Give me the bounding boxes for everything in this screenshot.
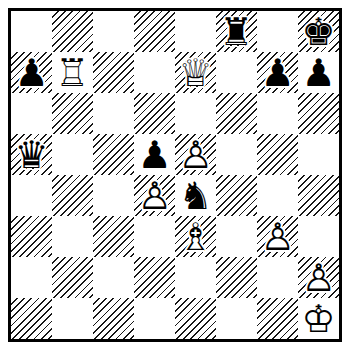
piece-halo: ♞ <box>175 175 216 216</box>
square-c3[interactable] <box>93 216 134 257</box>
square-h2[interactable]: ♟♙ <box>298 257 339 298</box>
piece-white-pawn-g3: ♙ <box>257 216 298 257</box>
piece-halo: ♝ <box>175 216 216 257</box>
square-g6[interactable] <box>257 93 298 134</box>
piece-halo: ♟ <box>257 52 298 93</box>
square-b8[interactable] <box>52 11 93 52</box>
square-e6[interactable] <box>175 93 216 134</box>
square-b4[interactable] <box>52 175 93 216</box>
square-h6[interactable] <box>298 93 339 134</box>
square-f1[interactable] <box>216 298 257 339</box>
square-a6[interactable] <box>11 93 52 134</box>
square-e3[interactable]: ♝♗ <box>175 216 216 257</box>
square-f3[interactable] <box>216 216 257 257</box>
piece-white-bishop-e3: ♗ <box>175 216 216 257</box>
square-f2[interactable] <box>216 257 257 298</box>
square-e7[interactable]: ♛♕ <box>175 52 216 93</box>
square-g2[interactable] <box>257 257 298 298</box>
piece-black-pawn-a7: ♟ <box>11 52 52 93</box>
square-c6[interactable] <box>93 93 134 134</box>
square-b7[interactable]: ♜♖ <box>52 52 93 93</box>
square-a8[interactable] <box>11 11 52 52</box>
square-e8[interactable] <box>175 11 216 52</box>
square-c5[interactable] <box>93 134 134 175</box>
square-g7[interactable]: ♟♟ <box>257 52 298 93</box>
square-f5[interactable] <box>216 134 257 175</box>
square-c7[interactable] <box>93 52 134 93</box>
piece-halo: ♟ <box>175 134 216 175</box>
square-b3[interactable] <box>52 216 93 257</box>
piece-halo: ♚ <box>298 298 339 339</box>
piece-halo: ♛ <box>11 134 52 175</box>
square-d6[interactable] <box>134 93 175 134</box>
square-a1[interactable] <box>11 298 52 339</box>
chess-board: ♜♜♚♚♟♟♜♖♛♕♟♟♟♟♛♛♟♟♟♙♟♙♞♞♝♗♟♙♟♙♚♔ <box>11 11 339 339</box>
piece-halo: ♟ <box>298 257 339 298</box>
square-b1[interactable] <box>52 298 93 339</box>
piece-black-pawn-g7: ♟ <box>257 52 298 93</box>
piece-halo: ♟ <box>11 52 52 93</box>
square-h1[interactable]: ♚♔ <box>298 298 339 339</box>
square-f8[interactable]: ♜♜ <box>216 11 257 52</box>
square-h7[interactable]: ♟♟ <box>298 52 339 93</box>
square-c2[interactable] <box>93 257 134 298</box>
square-a4[interactable] <box>11 175 52 216</box>
square-d2[interactable] <box>134 257 175 298</box>
square-d1[interactable] <box>134 298 175 339</box>
square-f6[interactable] <box>216 93 257 134</box>
square-g1[interactable] <box>257 298 298 339</box>
piece-white-queen-e7: ♕ <box>175 52 216 93</box>
piece-black-pawn-h7: ♟ <box>298 52 339 93</box>
piece-black-pawn-d5: ♟ <box>134 134 175 175</box>
square-d3[interactable] <box>134 216 175 257</box>
square-b5[interactable] <box>52 134 93 175</box>
piece-white-rook-b7: ♖ <box>52 52 93 93</box>
piece-black-king-h8: ♚ <box>298 11 339 52</box>
square-h4[interactable] <box>298 175 339 216</box>
piece-white-king-h1: ♔ <box>298 298 339 339</box>
square-g8[interactable] <box>257 11 298 52</box>
piece-halo: ♟ <box>298 52 339 93</box>
piece-halo: ♟ <box>134 134 175 175</box>
square-d7[interactable] <box>134 52 175 93</box>
square-e4[interactable]: ♞♞ <box>175 175 216 216</box>
piece-black-queen-a5: ♛ <box>11 134 52 175</box>
chess-board-frame: ♜♜♚♚♟♟♜♖♛♕♟♟♟♟♛♛♟♟♟♙♟♙♞♞♝♗♟♙♟♙♚♔ <box>8 8 342 342</box>
square-b6[interactable] <box>52 93 93 134</box>
square-d5[interactable]: ♟♟ <box>134 134 175 175</box>
square-c1[interactable] <box>93 298 134 339</box>
square-g3[interactable]: ♟♙ <box>257 216 298 257</box>
square-c8[interactable] <box>93 11 134 52</box>
square-a2[interactable] <box>11 257 52 298</box>
square-e1[interactable] <box>175 298 216 339</box>
piece-halo: ♜ <box>52 52 93 93</box>
square-b2[interactable] <box>52 257 93 298</box>
piece-halo: ♜ <box>216 11 257 52</box>
square-f7[interactable] <box>216 52 257 93</box>
square-g5[interactable] <box>257 134 298 175</box>
piece-white-pawn-e5: ♙ <box>175 134 216 175</box>
square-g4[interactable] <box>257 175 298 216</box>
square-a5[interactable]: ♛♛ <box>11 134 52 175</box>
square-f4[interactable] <box>216 175 257 216</box>
piece-halo: ♟ <box>134 175 175 216</box>
square-d8[interactable] <box>134 11 175 52</box>
square-c4[interactable] <box>93 175 134 216</box>
piece-halo: ♟ <box>257 216 298 257</box>
piece-white-pawn-h2: ♙ <box>298 257 339 298</box>
square-d4[interactable]: ♟♙ <box>134 175 175 216</box>
square-e2[interactable] <box>175 257 216 298</box>
piece-halo: ♚ <box>298 11 339 52</box>
square-h3[interactable] <box>298 216 339 257</box>
piece-white-pawn-d4: ♙ <box>134 175 175 216</box>
piece-black-knight-e4: ♞ <box>175 175 216 216</box>
square-h8[interactable]: ♚♚ <box>298 11 339 52</box>
square-a7[interactable]: ♟♟ <box>11 52 52 93</box>
piece-halo: ♛ <box>175 52 216 93</box>
square-e5[interactable]: ♟♙ <box>175 134 216 175</box>
piece-black-rook-f8: ♜ <box>216 11 257 52</box>
square-a3[interactable] <box>11 216 52 257</box>
square-h5[interactable] <box>298 134 339 175</box>
